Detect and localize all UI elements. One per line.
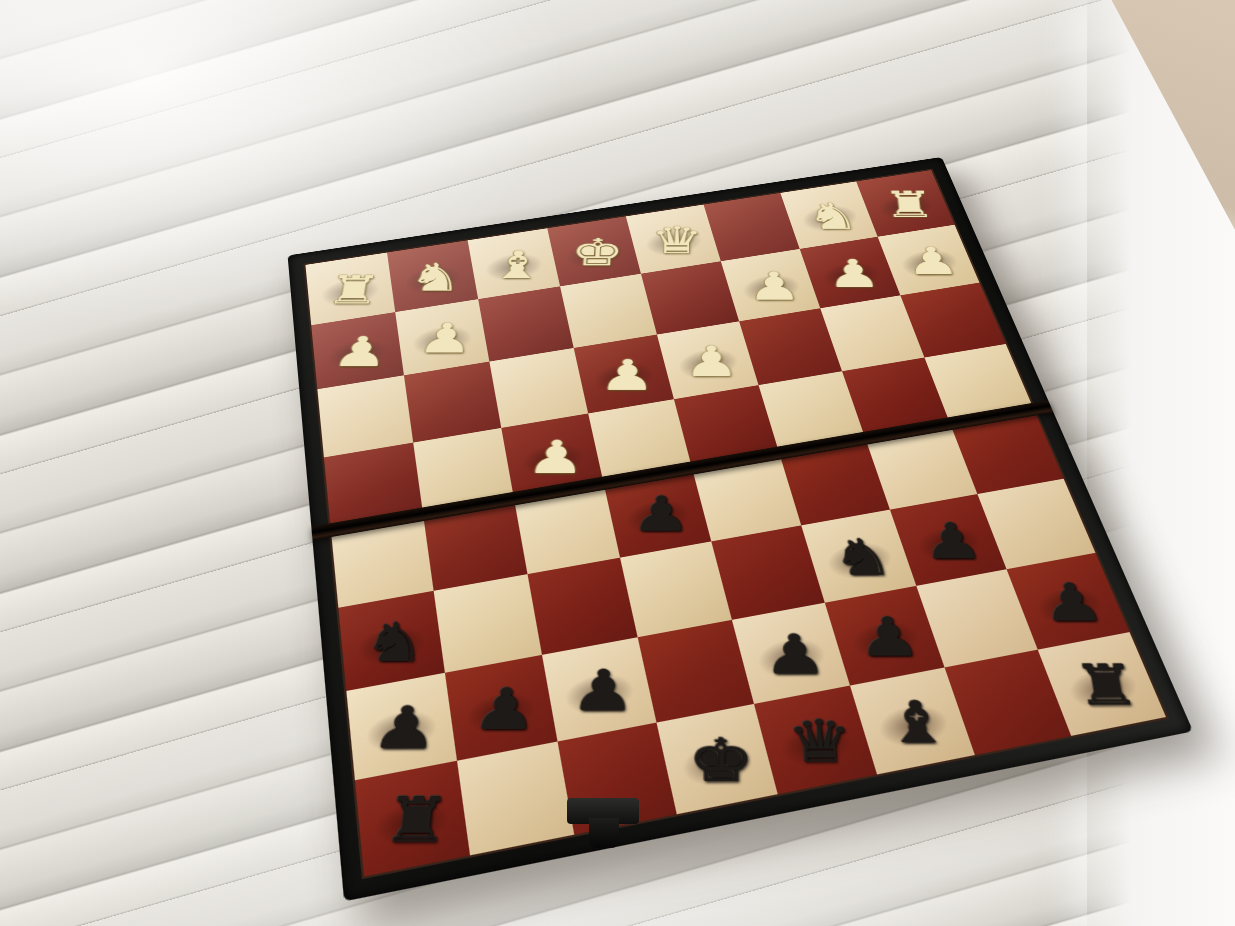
- piece-white-pawn-f4[interactable]: ♟: [526, 435, 587, 481]
- piece-black-pawn-d7[interactable]: ♟: [763, 628, 829, 682]
- piece-black-pawn-c7[interactable]: ♟: [856, 611, 923, 665]
- piece-white-rook-a1[interactable]: ♜: [882, 187, 938, 223]
- piece-white-pawn-e3[interactable]: ♟: [599, 354, 656, 396]
- piece-black-pawn-e5[interactable]: ♟: [631, 490, 691, 538]
- piece-black-knight-c6[interactable]: ♞: [831, 533, 896, 583]
- piece-white-king-e1[interactable]: ♚: [570, 234, 625, 272]
- piece-black-bishop-c8[interactable]: ♝: [882, 694, 953, 751]
- piece-white-pawn-h2[interactable]: ♟: [330, 331, 392, 372]
- piece-white-pawn-g2[interactable]: ♟: [416, 318, 476, 359]
- piece-black-king-e8[interactable]: ♚: [689, 731, 756, 790]
- piece-black-rook-h8[interactable]: ♜: [379, 789, 454, 851]
- piece-black-pawn-h7[interactable]: ♟: [370, 699, 442, 757]
- piece-black-pawn-f7[interactable]: ♟: [570, 663, 636, 719]
- piece-black-pawn-b6[interactable]: ♟: [920, 517, 986, 566]
- piece-white-knight-b1[interactable]: ♞: [806, 198, 860, 234]
- piece-black-queen-d8[interactable]: ♛: [786, 712, 855, 770]
- piece-black-rook-a8[interactable]: ♜: [1070, 658, 1144, 714]
- piece-black-knight-h6[interactable]: ♞: [361, 616, 431, 670]
- piece-white-pawn-a2[interactable]: ♟: [904, 242, 962, 280]
- clasp-tab: [589, 818, 619, 848]
- piece-white-pawn-d3[interactable]: ♟: [684, 341, 740, 383]
- piece-black-pawn-g7[interactable]: ♟: [471, 681, 540, 738]
- board-clasp: [567, 798, 639, 848]
- piece-white-pawn-b2[interactable]: ♟: [826, 255, 882, 293]
- piece-white-pawn-c2[interactable]: ♟: [747, 267, 802, 306]
- piece-white-rook-h1[interactable]: ♜: [324, 271, 384, 310]
- piece-white-knight-g1[interactable]: ♞: [407, 258, 465, 296]
- piece-black-pawn-a7[interactable]: ♟: [1038, 577, 1109, 629]
- piece-white-queen-d1[interactable]: ♛: [651, 222, 704, 259]
- piece-white-bishop-f1[interactable]: ♝: [489, 246, 545, 284]
